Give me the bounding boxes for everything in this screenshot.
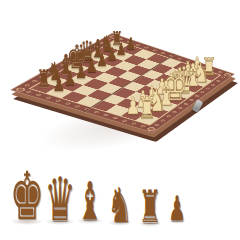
- lineup-piece-pawn: ♟: [168, 191, 186, 225]
- lineup-piece-rook: ♜: [138, 184, 161, 229]
- corner-medallion-icon: [14, 87, 27, 92]
- piece-dark-pawn: ♟: [126, 36, 136, 52]
- piece-dark-rook: ♜: [37, 67, 52, 91]
- piece-dark-pawn: ♟: [53, 75, 66, 96]
- lineup-piece-knight: ♞: [108, 181, 133, 229]
- piece-dark-pawn: ♟: [75, 63, 87, 82]
- corner-medallion-icon: [223, 72, 232, 77]
- product-photo-canvas: ♜♞♝♛♚♝♞♜♟♟♟♟♟♟♟♟♟♟♟♟♟♟♟♟♜♞♝♛♚♝♞♜ ♚♛♝♞♜♟: [0, 0, 240, 240]
- lineup-piece-queen: ♛: [44, 169, 75, 229]
- piece-dark-pawn: ♟: [86, 57, 98, 76]
- piece-dark-pawn: ♟: [64, 69, 76, 89]
- corner-medallion-icon: [146, 126, 157, 131]
- lineup-piece-bishop: ♝: [76, 175, 103, 227]
- lineup-piece-king: ♚: [10, 164, 44, 230]
- piece-dark-pawn: ♟: [106, 46, 117, 64]
- piece-light-rook: ♜: [138, 94, 156, 123]
